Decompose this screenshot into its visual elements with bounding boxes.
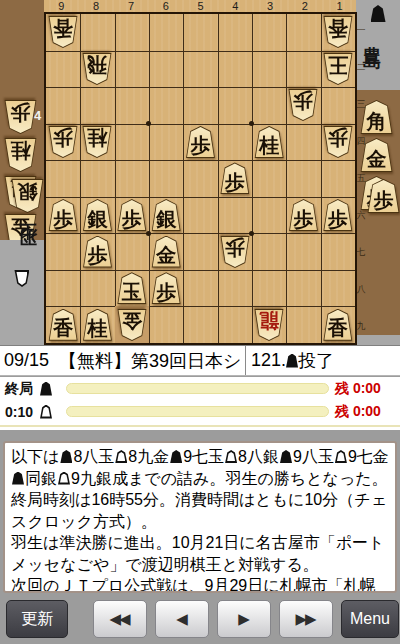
square-7-9[interactable]: 金 [115,306,149,343]
square-1-6[interactable]: 歩 [321,197,355,234]
move-number: 121. [251,350,286,371]
file-label: 9 [44,0,79,12]
rank-label: 六 [356,197,366,234]
rewind-button[interactable]: ◀◀ [93,600,147,638]
fast-forward-button[interactable]: ▶▶ [279,600,333,638]
current-move: 121. 投了 [246,349,400,373]
move-text: 投了 [298,349,334,373]
bottom-toolbar: 更新 ◀◀ ◀ ▶ ▶▶ Menu [0,594,400,644]
square-3-4[interactable]: 桂 [252,124,286,161]
koma-歩[interactable]: 歩 [4,100,37,134]
clock-label-sente: 終局 [0,380,40,398]
commentary-paragraph: 次回のＪＴプロ公式戦は、9月29日に札幌市「札幌 [11,575,389,593]
clock-row-gote: 0:10 残 0:00 [0,400,400,423]
grid-line [46,160,355,161]
gote-move-icon [335,450,347,463]
back-button[interactable]: ◀ [155,600,209,638]
rank-label: 七 [356,234,366,271]
koma-歩[interactable]: 歩 [48,126,78,158]
koma-歩[interactable]: 歩 [117,199,147,231]
koma-桂[interactable]: 桂 [254,126,284,158]
game-title: 09/15 【無料】第39回日本シ [0,349,245,373]
koma-歩[interactable]: 歩 [82,236,112,268]
sente-move-icon [280,450,292,463]
square-1-2[interactable]: 王 [321,51,355,88]
square-8-4[interactable]: 桂 [80,124,114,161]
koma-桂[interactable]: 桂 [82,309,112,341]
koma-歩[interactable]: 歩 [48,199,78,231]
commentary-paragraph: 羽生は準決勝に進出。10月21日に名古屋市「ポートメッセなごや」で渡辺明棋王と対… [11,532,389,575]
koma-歩[interactable]: 歩 [220,162,250,194]
player-name-sente: 豊島 [360,32,384,40]
file-label: 8 [79,0,114,12]
grid-line [252,14,253,343]
koma-香[interactable]: 香 [323,16,353,48]
clock-panel: 終局 残 0:00 0:10 残 0:00 [0,377,400,430]
clock-remain-sente: 残 0:00 [335,380,381,398]
status-bar: 09/15 【無料】第39回日本シ 121. 投了 [0,345,400,376]
game-title-text: 【無料】第39回日本シ [59,349,241,373]
commentary-paragraph: 以下は8八玉8九金9七玉8八銀9八玉9七金同銀9九銀成までの詰み。羽生の勝ちとな… [11,446,389,532]
rank-label: 二 [356,49,366,86]
gote-move-icon [225,450,237,463]
player-label-habu: 羽生 [4,252,40,287]
file-label: 5 [183,0,218,12]
square-7-6[interactable]: 歩 [115,197,149,234]
sente-move-icon [12,472,24,485]
star-point [146,121,151,126]
koma-銀[interactable]: 銀 [11,179,44,213]
grid-line [46,270,355,271]
board-section: 歩4桂銀銀金 角金歩歩 987654321 一二三四五六七八九 香香飛王歩歩桂歩… [0,0,400,345]
sente-move-icon [60,450,72,463]
square-8-9[interactable]: 桂 [80,306,114,343]
clock-divider [0,425,400,427]
square-4-7[interactable]: 歩 [218,233,252,270]
gote-move-icon [115,450,127,463]
koma-金[interactable]: 金 [151,236,181,268]
rank-label: 三 [356,86,366,123]
square-8-6[interactable]: 銀 [80,197,114,234]
clock-bar-gote [66,406,329,417]
square-1-9[interactable]: 香 [321,306,355,343]
shogi-board[interactable]: 香香飛王歩歩桂歩桂歩歩歩銀歩銀歩歩歩金歩玉歩香桂金龍香 [44,12,357,345]
square-2-3[interactable]: 歩 [286,87,320,124]
forward-button[interactable]: ▶ [217,600,271,638]
rank-coordinates: 一二三四五六七八九 [356,12,366,345]
square-6-6[interactable]: 銀 [149,197,183,234]
koma-歩[interactable]: 歩 [151,272,181,304]
hand-count: 4 [34,108,41,123]
koma-龍[interactable]: 龍 [254,309,284,341]
menu-button[interactable]: Menu [341,600,399,638]
grid-line [286,14,287,343]
file-label: 1 [322,0,357,12]
file-label: 3 [253,0,288,12]
koma-王[interactable]: 王 [323,53,353,85]
file-label: 2 [287,0,322,12]
sente-mark-icon [371,5,386,22]
shogi-live-app: 歩4桂銀銀金 角金歩歩 987654321 一二三四五六七八九 香香飛王歩歩桂歩… [0,0,400,644]
commentary-box[interactable]: 以下は8八玉8九金9七玉8八銀9八玉9七金同銀9九銀成までの詰み。羽生の勝ちとな… [3,441,397,593]
square-8-2[interactable]: 飛 [80,51,114,88]
clock-label-gote: 0:10 [0,404,40,420]
koma-歩[interactable]: 歩 [288,199,318,231]
move-side-icon [286,354,298,368]
square-7-8[interactable]: 玉 [115,270,149,307]
koma-銀[interactable]: 銀 [82,199,112,231]
gote-move-icon [58,472,70,485]
square-6-7[interactable]: 金 [149,233,183,270]
rank-label: 四 [356,123,366,160]
player-name-gote: 羽生 [16,252,40,260]
koma-歩[interactable]: 歩 [323,199,353,231]
square-2-6[interactable]: 歩 [286,197,320,234]
sente-move-icon [170,450,182,463]
koma-銀[interactable]: 銀 [151,199,181,231]
koma-歩[interactable]: 歩 [185,126,215,158]
clock-gote-icon [40,405,52,419]
koma-歩[interactable]: 歩 [220,236,250,268]
square-1-4[interactable]: 歩 [321,124,355,161]
square-9-6[interactable]: 歩 [46,197,80,234]
game-date: 09/15 [4,350,49,371]
player-label-toyoshima: 豊島 [360,5,396,40]
update-button[interactable]: 更新 [6,600,68,638]
koma-飛[interactable]: 飛 [82,53,112,85]
koma-歩[interactable]: 歩 [288,89,318,121]
square-1-1[interactable]: 香 [321,14,355,51]
square-9-1[interactable]: 香 [46,14,80,51]
square-6-8[interactable]: 歩 [149,270,183,307]
rank-label: 八 [356,271,366,308]
koma-金[interactable]: 金 [117,309,147,341]
koma-香[interactable]: 香 [323,309,353,341]
square-4-5[interactable]: 歩 [218,160,252,197]
file-label: 6 [148,0,183,12]
clock-sente-icon [40,382,52,396]
rank-label: 九 [356,308,366,345]
koma-桂[interactable]: 桂 [4,138,37,172]
gote-mark-icon [15,270,30,287]
grid-line [183,14,184,343]
square-3-9[interactable]: 龍 [252,306,286,343]
koma-桂[interactable]: 桂 [82,126,112,158]
file-label: 7 [114,0,149,12]
square-9-9[interactable]: 香 [46,306,80,343]
koma-歩[interactable]: 歩 [323,126,353,158]
koma-香[interactable]: 香 [48,16,78,48]
file-label: 4 [218,0,253,12]
square-9-4[interactable]: 歩 [46,124,80,161]
file-coordinates: 987654321 [44,0,357,12]
koma-歩[interactable]: 歩 [367,179,400,213]
square-5-4[interactable]: 歩 [183,124,217,161]
rank-label: 五 [356,160,366,197]
clock-row-sente: 終局 残 0:00 [0,377,400,400]
koma-香[interactable]: 香 [48,309,78,341]
clock-remain-gote: 残 0:00 [335,403,381,421]
square-8-7[interactable]: 歩 [80,233,114,270]
clock-bar-sente [66,383,329,394]
koma-玉[interactable]: 玉 [117,272,147,304]
gote-captured-tray[interactable]: 歩4桂銀銀金 [0,0,44,240]
